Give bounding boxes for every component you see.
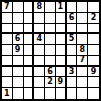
cell-r9c3[interactable] (24, 88, 35, 99)
cell-r7c4[interactable] (34, 67, 45, 78)
cell-r6c7[interactable] (67, 56, 78, 67)
cell-r7c5[interactable]: 6 (45, 67, 56, 78)
cell-r8c1[interactable] (2, 77, 13, 88)
cell-r8c3[interactable] (24, 77, 35, 88)
cell-r5c6[interactable] (56, 45, 67, 56)
cell-r2c1[interactable] (2, 13, 13, 24)
cell-r9c8[interactable] (77, 88, 88, 99)
cell-r6c9[interactable] (88, 56, 99, 67)
cell-r2c8[interactable] (77, 13, 88, 24)
cell-r8c6[interactable]: 9 (56, 77, 67, 88)
cell-r4c9[interactable] (88, 34, 99, 45)
cell-r6c6[interactable] (56, 56, 67, 67)
cell-r3c9[interactable] (88, 24, 99, 35)
cell-r1c8[interactable] (77, 2, 88, 13)
cell-r6c5[interactable] (45, 56, 56, 67)
cell-r9c1[interactable]: 1 (2, 88, 13, 99)
cell-r3c4[interactable] (34, 24, 45, 35)
cell-r5c8[interactable]: 8 (77, 45, 88, 56)
cell-r6c3[interactable] (24, 56, 35, 67)
cell-r1c6[interactable]: 1 (56, 2, 67, 13)
cell-r4c6[interactable] (56, 34, 67, 45)
cell-r7c9[interactable]: 9 (88, 67, 99, 78)
cell-r3c6[interactable] (56, 24, 67, 35)
cell-r5c7[interactable] (67, 45, 78, 56)
cell-r8c7[interactable] (67, 77, 78, 88)
cell-r3c1[interactable] (2, 24, 13, 35)
cell-r1c3[interactable] (24, 2, 35, 13)
cell-r4c1[interactable] (2, 34, 13, 45)
cell-r5c4[interactable] (34, 45, 45, 56)
cell-r5c1[interactable] (2, 45, 13, 56)
cell-r4c7[interactable]: 5 (67, 34, 78, 45)
cell-r3c3[interactable] (24, 24, 35, 35)
cell-r8c9[interactable] (88, 77, 99, 88)
cell-r8c2[interactable] (13, 77, 24, 88)
cell-r6c4[interactable] (34, 56, 45, 67)
cell-r4c8[interactable] (77, 34, 88, 45)
cell-r1c1[interactable]: 7 (2, 2, 13, 13)
cell-r2c7[interactable]: 6 (67, 13, 78, 24)
cell-r1c4[interactable]: 8 (34, 2, 45, 13)
cell-r6c1[interactable] (2, 56, 13, 67)
cell-r8c4[interactable] (34, 77, 45, 88)
cell-r1c7[interactable] (67, 2, 78, 13)
cell-r7c7[interactable]: 3 (67, 67, 78, 78)
cell-r4c2[interactable]: 6 (13, 34, 24, 45)
cell-r5c3[interactable] (24, 45, 35, 56)
cell-r2c9[interactable]: 2 (88, 13, 99, 24)
cell-r2c5[interactable] (45, 13, 56, 24)
cell-r8c8[interactable] (77, 77, 88, 88)
cell-r9c7[interactable] (67, 88, 78, 99)
cell-r4c3[interactable] (24, 34, 35, 45)
cell-r3c5[interactable] (45, 24, 56, 35)
sudoku-board: 78162645987639291 (0, 0, 101, 101)
cell-r2c6[interactable] (56, 13, 67, 24)
cell-r6c2[interactable] (13, 56, 24, 67)
cell-r9c9[interactable] (88, 88, 99, 99)
cell-r9c5[interactable] (45, 88, 56, 99)
cell-r4c5[interactable] (45, 34, 56, 45)
cell-r7c1[interactable] (2, 67, 13, 78)
cell-r2c2[interactable] (13, 13, 24, 24)
cell-r9c4[interactable] (34, 88, 45, 99)
cell-r3c8[interactable] (77, 24, 88, 35)
cell-r1c2[interactable] (13, 2, 24, 13)
cell-r7c8[interactable] (77, 67, 88, 78)
cell-r3c2[interactable] (13, 24, 24, 35)
cell-r1c9[interactable] (88, 2, 99, 13)
cell-r9c2[interactable] (13, 88, 24, 99)
cell-r5c9[interactable] (88, 45, 99, 56)
cell-r9c6[interactable] (56, 88, 67, 99)
cell-r3c7[interactable] (67, 24, 78, 35)
cell-r2c4[interactable] (34, 13, 45, 24)
cell-r7c2[interactable] (13, 67, 24, 78)
cell-r1c5[interactable] (45, 2, 56, 13)
cell-r5c5[interactable] (45, 45, 56, 56)
cell-r5c2[interactable]: 9 (13, 45, 24, 56)
cell-r4c4[interactable]: 4 (34, 34, 45, 45)
cell-r2c3[interactable] (24, 13, 35, 24)
cell-r7c6[interactable] (56, 67, 67, 78)
cell-r8c5[interactable]: 2 (45, 77, 56, 88)
cell-r7c3[interactable] (24, 67, 35, 78)
cell-r6c8[interactable]: 7 (77, 56, 88, 67)
